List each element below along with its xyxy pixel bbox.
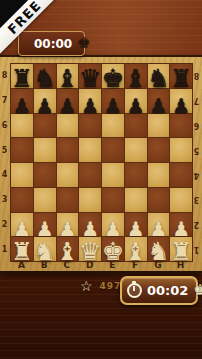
square-h1[interactable]: ♜ <box>170 237 192 261</box>
file-label-c: C <box>56 259 79 271</box>
white-timer-value: 00:02 <box>147 283 188 298</box>
rank-label-right-8: 8 <box>192 63 201 88</box>
square-d6[interactable] <box>79 114 101 138</box>
square-b6[interactable] <box>34 114 56 138</box>
piece-black-pawn[interactable]: ♟ <box>58 96 76 116</box>
square-e5[interactable] <box>102 138 124 162</box>
square-c2[interactable]: ♟ <box>57 213 79 237</box>
square-g5[interactable] <box>148 138 170 162</box>
square-d4[interactable] <box>79 163 101 187</box>
square-c1[interactable]: ♝ <box>57 237 79 261</box>
square-c3[interactable] <box>57 188 79 212</box>
square-d8[interactable]: ♛ <box>79 64 101 88</box>
square-b5[interactable] <box>34 138 56 162</box>
square-c8[interactable]: ♝ <box>57 64 79 88</box>
square-a2[interactable]: ♟ <box>11 213 33 237</box>
square-c4[interactable] <box>57 163 79 187</box>
rank-label-left-3: 3 <box>0 187 9 212</box>
piece-black-bishop[interactable]: ♝ <box>124 66 146 91</box>
rank-label-left-2: 2 <box>0 212 9 237</box>
file-label-g: G <box>147 259 170 271</box>
square-e3[interactable] <box>102 188 124 212</box>
square-a3[interactable] <box>11 188 33 212</box>
piece-black-knight[interactable]: ♞ <box>33 66 55 91</box>
file-label-f: F <box>124 259 147 271</box>
square-a5[interactable] <box>11 138 33 162</box>
rank-label-left-8: 8 <box>0 63 9 88</box>
rank-label-right-3: 3 <box>192 187 201 212</box>
square-g8[interactable]: ♞ <box>148 64 170 88</box>
square-g6[interactable] <box>148 114 170 138</box>
square-a8[interactable]: ♜ <box>11 64 33 88</box>
rank-label-right-2: 2 <box>192 212 201 237</box>
piece-black-bishop[interactable]: ♝ <box>56 66 78 91</box>
rank-label-right-4: 4 <box>192 163 201 188</box>
rank-label-left-5: 5 <box>0 138 9 163</box>
square-a7[interactable]: ♟ <box>11 89 33 113</box>
square-g3[interactable] <box>148 188 170 212</box>
file-label-e: E <box>101 259 124 271</box>
square-d2[interactable]: ♟ <box>79 213 101 237</box>
square-f1[interactable]: ♝ <box>125 237 147 261</box>
rank-labels-right: 87654321 <box>192 63 201 262</box>
square-e7[interactable]: ♟ <box>102 89 124 113</box>
square-h8[interactable]: ♜ <box>170 64 192 88</box>
rank-label-left-4: 4 <box>0 163 9 188</box>
square-c5[interactable] <box>57 138 79 162</box>
white-king-icon: ♚ <box>193 283 202 298</box>
file-label-b: B <box>33 259 56 271</box>
piece-black-pawn[interactable]: ♟ <box>172 96 190 116</box>
rank-label-right-7: 7 <box>192 88 201 113</box>
star-icon: ☆ <box>80 279 93 293</box>
square-c6[interactable] <box>57 114 79 138</box>
square-f5[interactable] <box>125 138 147 162</box>
piece-black-knight[interactable]: ♞ <box>147 66 169 91</box>
square-f2[interactable]: ♟ <box>125 213 147 237</box>
square-a1[interactable]: ♜ <box>11 237 33 261</box>
square-a6[interactable] <box>11 114 33 138</box>
stopwatch-icon <box>127 283 142 298</box>
square-h2[interactable]: ♟ <box>170 213 192 237</box>
square-e8[interactable]: ♚ <box>102 64 124 88</box>
square-f8[interactable]: ♝ <box>125 64 147 88</box>
square-e4[interactable] <box>102 163 124 187</box>
white-timer-panel: 00:02 ♚ <box>120 276 198 305</box>
file-label-h: H <box>169 259 192 271</box>
file-labels: ABCDEFGH <box>10 259 192 271</box>
square-h3[interactable] <box>170 188 192 212</box>
board-grid[interactable]: ♜♞♝♛♚♝♞♜♟♟♟♟♟♟♟♟♟♟♟♟♟♟♟♟♜♞♝♛♚♝♞♜ <box>10 63 193 262</box>
file-label-a: A <box>10 259 33 271</box>
rank-label-left-1: 1 <box>0 237 9 262</box>
rank-label-right-1: 1 <box>192 237 201 262</box>
square-d1[interactable]: ♛ <box>79 237 101 261</box>
square-g2[interactable]: ♟ <box>148 213 170 237</box>
square-h6[interactable] <box>170 114 192 138</box>
square-b1[interactable]: ♞ <box>34 237 56 261</box>
square-f4[interactable] <box>125 163 147 187</box>
rank-label-left-6: 6 <box>0 113 9 138</box>
square-d5[interactable] <box>79 138 101 162</box>
square-b3[interactable] <box>34 188 56 212</box>
piece-black-pawn[interactable]: ♟ <box>81 96 99 116</box>
square-h5[interactable] <box>170 138 192 162</box>
black-timer-value: 00:00 <box>34 37 72 51</box>
black-king-icon: ♚ <box>77 36 90 51</box>
black-timer-panel: 00:00 ♚ <box>18 31 85 56</box>
square-g4[interactable] <box>148 163 170 187</box>
square-g1[interactable]: ♞ <box>148 237 170 261</box>
piece-black-rook[interactable]: ♜ <box>11 66 33 91</box>
square-g7[interactable]: ♟ <box>148 89 170 113</box>
square-f6[interactable] <box>125 114 147 138</box>
square-d3[interactable] <box>79 188 101 212</box>
chess-app-screen: FREE 00:00 ♚ ♜♞♝♛♚♝♞♜♟♟♟♟♟♟♟♟♟♟♟♟♟♟♟♟♜♞♝… <box>0 0 202 359</box>
rank-labels-left: 87654321 <box>0 63 9 262</box>
piece-black-pawn[interactable]: ♟ <box>36 96 54 116</box>
square-c7[interactable]: ♟ <box>57 89 79 113</box>
piece-black-queen[interactable]: ♛ <box>79 66 101 91</box>
piece-black-pawn[interactable]: ♟ <box>127 96 145 116</box>
square-f3[interactable] <box>125 188 147 212</box>
square-a4[interactable] <box>11 163 33 187</box>
square-b7[interactable]: ♟ <box>34 89 56 113</box>
square-d7[interactable]: ♟ <box>79 89 101 113</box>
piece-black-pawn[interactable]: ♟ <box>149 96 167 116</box>
square-e1[interactable]: ♚ <box>102 237 124 261</box>
piece-black-rook[interactable]: ♜ <box>170 66 192 91</box>
square-b4[interactable] <box>34 163 56 187</box>
square-e6[interactable] <box>102 114 124 138</box>
piece-black-king[interactable]: ♚ <box>102 66 124 91</box>
square-e2[interactable]: ♟ <box>102 213 124 237</box>
square-h7[interactable]: ♟ <box>170 89 192 113</box>
square-b8[interactable]: ♞ <box>34 64 56 88</box>
piece-black-pawn[interactable]: ♟ <box>13 96 31 116</box>
rank-label-left-7: 7 <box>0 88 9 113</box>
file-label-d: D <box>78 259 101 271</box>
piece-black-pawn[interactable]: ♟ <box>104 96 122 116</box>
rank-label-right-6: 6 <box>192 113 201 138</box>
rank-label-right-5: 5 <box>192 138 201 163</box>
square-h4[interactable] <box>170 163 192 187</box>
square-f7[interactable]: ♟ <box>125 89 147 113</box>
square-b2[interactable]: ♟ <box>34 213 56 237</box>
chess-board: ♜♞♝♛♚♝♞♜♟♟♟♟♟♟♟♟♟♟♟♟♟♟♟♟♜♞♝♛♚♝♞♜ 8765432… <box>0 55 202 273</box>
